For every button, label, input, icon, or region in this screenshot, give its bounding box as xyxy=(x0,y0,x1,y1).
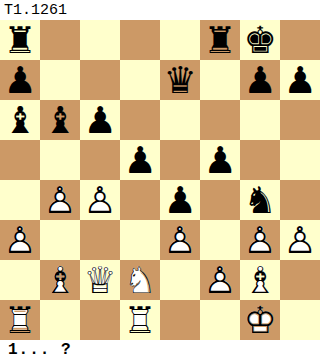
square-h5[interactable] xyxy=(280,140,320,180)
square-c6[interactable]: ♟ xyxy=(80,100,120,140)
square-e1[interactable] xyxy=(160,300,200,340)
square-d2[interactable]: ♞♘ xyxy=(120,260,160,300)
square-c7[interactable] xyxy=(80,60,120,100)
square-h3[interactable]: ♟♙ xyxy=(280,220,320,260)
square-g6[interactable] xyxy=(240,100,280,140)
square-d1[interactable]: ♜♖ xyxy=(120,300,160,340)
piece-black-pawn: ♟ xyxy=(80,100,120,140)
square-c1[interactable] xyxy=(80,300,120,340)
piece-black-rook: ♜ xyxy=(200,20,240,60)
square-f5[interactable]: ♟ xyxy=(200,140,240,180)
square-a7[interactable]: ♟ xyxy=(0,60,40,100)
piece-black-rook: ♜ xyxy=(0,20,40,60)
square-g5[interactable] xyxy=(240,140,280,180)
square-b4[interactable]: ♟♙ xyxy=(40,180,80,220)
square-a3[interactable]: ♟♙ xyxy=(0,220,40,260)
square-f6[interactable] xyxy=(200,100,240,140)
square-d7[interactable] xyxy=(120,60,160,100)
puzzle-window: T1.1261 ♜♜♚♟♛♟♟♝♝♟♟♟♟♙♟♙♟♞♟♙♟♙♟♙♟♙♝♗♛♕♞♘… xyxy=(0,0,320,360)
square-a5[interactable] xyxy=(0,140,40,180)
piece-black-knight: ♞ xyxy=(240,180,280,220)
square-b5[interactable] xyxy=(40,140,80,180)
piece-black-king: ♚ xyxy=(240,20,280,60)
piece-white-rook: ♜♖ xyxy=(120,300,160,340)
piece-white-pawn: ♟♙ xyxy=(0,220,40,260)
square-f7[interactable] xyxy=(200,60,240,100)
square-c3[interactable] xyxy=(80,220,120,260)
square-a4[interactable] xyxy=(0,180,40,220)
square-b2[interactable]: ♝♗ xyxy=(40,260,80,300)
square-f2[interactable]: ♟♙ xyxy=(200,260,240,300)
piece-white-pawn: ♟♙ xyxy=(240,220,280,260)
square-g7[interactable]: ♟ xyxy=(240,60,280,100)
puzzle-id: T1.1261 xyxy=(0,0,320,20)
piece-black-pawn: ♟ xyxy=(200,140,240,180)
piece-white-pawn: ♟♙ xyxy=(200,260,240,300)
square-g1[interactable]: ♚♔ xyxy=(240,300,280,340)
square-f4[interactable] xyxy=(200,180,240,220)
square-d4[interactable] xyxy=(120,180,160,220)
piece-black-pawn: ♟ xyxy=(280,60,320,100)
square-g4[interactable]: ♞ xyxy=(240,180,280,220)
square-b7[interactable] xyxy=(40,60,80,100)
square-a1[interactable]: ♜♖ xyxy=(0,300,40,340)
square-e8[interactable] xyxy=(160,20,200,60)
piece-black-pawn: ♟ xyxy=(160,180,200,220)
square-h8[interactable] xyxy=(280,20,320,60)
square-h4[interactable] xyxy=(280,180,320,220)
move-prompt: 1... ? xyxy=(0,340,320,360)
square-e3[interactable]: ♟♙ xyxy=(160,220,200,260)
piece-black-bishop: ♝ xyxy=(40,100,80,140)
square-c2[interactable]: ♛♕ xyxy=(80,260,120,300)
square-b3[interactable] xyxy=(40,220,80,260)
square-a6[interactable]: ♝ xyxy=(0,100,40,140)
square-e5[interactable] xyxy=(160,140,200,180)
square-f1[interactable] xyxy=(200,300,240,340)
square-b6[interactable]: ♝ xyxy=(40,100,80,140)
piece-white-pawn: ♟♙ xyxy=(160,220,200,260)
piece-white-pawn: ♟♙ xyxy=(280,220,320,260)
square-h2[interactable] xyxy=(280,260,320,300)
square-c8[interactable] xyxy=(80,20,120,60)
chess-board: ♜♜♚♟♛♟♟♝♝♟♟♟♟♙♟♙♟♞♟♙♟♙♟♙♟♙♝♗♛♕♞♘♟♙♝♗♜♖♜♖… xyxy=(0,20,320,340)
piece-white-pawn: ♟♙ xyxy=(80,180,120,220)
square-b8[interactable] xyxy=(40,20,80,60)
square-a8[interactable]: ♜ xyxy=(0,20,40,60)
piece-white-king: ♚♔ xyxy=(240,300,280,340)
square-d5[interactable]: ♟ xyxy=(120,140,160,180)
piece-white-rook: ♜♖ xyxy=(0,300,40,340)
piece-white-bishop: ♝♗ xyxy=(240,260,280,300)
square-b1[interactable] xyxy=(40,300,80,340)
piece-black-queen: ♛ xyxy=(160,60,200,100)
puzzle-id-text: T1.1261 xyxy=(4,2,67,19)
square-a2[interactable] xyxy=(0,260,40,300)
square-e4[interactable]: ♟ xyxy=(160,180,200,220)
square-g8[interactable]: ♚ xyxy=(240,20,280,60)
square-e7[interactable]: ♛ xyxy=(160,60,200,100)
square-g2[interactable]: ♝♗ xyxy=(240,260,280,300)
square-h1[interactable] xyxy=(280,300,320,340)
piece-black-bishop: ♝ xyxy=(0,100,40,140)
square-d3[interactable] xyxy=(120,220,160,260)
square-f3[interactable] xyxy=(200,220,240,260)
piece-black-pawn: ♟ xyxy=(120,140,160,180)
square-e6[interactable] xyxy=(160,100,200,140)
square-d8[interactable] xyxy=(120,20,160,60)
piece-white-bishop: ♝♗ xyxy=(40,260,80,300)
piece-white-pawn: ♟♙ xyxy=(40,180,80,220)
square-e2[interactable] xyxy=(160,260,200,300)
move-prompt-text: 1... ? xyxy=(8,341,72,359)
piece-black-pawn: ♟ xyxy=(240,60,280,100)
piece-black-pawn: ♟ xyxy=(0,60,40,100)
square-g3[interactable]: ♟♙ xyxy=(240,220,280,260)
square-c4[interactable]: ♟♙ xyxy=(80,180,120,220)
square-c5[interactable] xyxy=(80,140,120,180)
piece-white-queen: ♛♕ xyxy=(80,260,120,300)
square-h7[interactable]: ♟ xyxy=(280,60,320,100)
square-f8[interactable]: ♜ xyxy=(200,20,240,60)
piece-white-knight: ♞♘ xyxy=(120,260,160,300)
square-h6[interactable] xyxy=(280,100,320,140)
square-d6[interactable] xyxy=(120,100,160,140)
